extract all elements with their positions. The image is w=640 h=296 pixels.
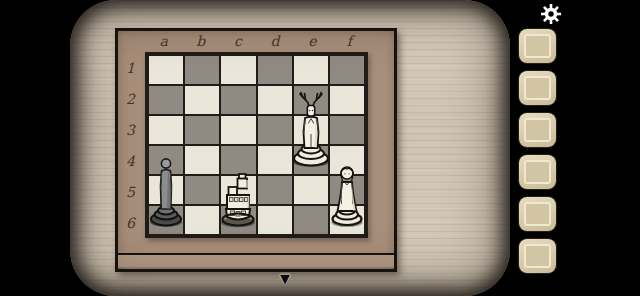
square-b5[interactable] [184,175,220,205]
square-c3[interactable] [220,115,256,145]
square-b1[interactable] [184,55,220,85]
inventory-slot-2[interactable] [519,71,556,105]
square-a1[interactable] [148,55,184,85]
square-c2[interactable] [220,85,256,115]
navigate-down-arrow[interactable]: ▼ [273,268,297,288]
square-f3[interactable] [329,115,365,145]
square-e6[interactable] [293,205,329,235]
square-e5[interactable] [293,175,329,205]
inventory-slot-3[interactable] [519,113,556,147]
square-b3[interactable] [184,115,220,145]
square-b4[interactable] [184,145,220,175]
square-b2[interactable] [184,85,220,115]
rank-label-4: 4 [118,145,143,176]
square-f1[interactable] [329,55,365,85]
square-d2[interactable] [257,85,293,115]
rank-labels: 1 2 3 4 5 6 [118,52,143,238]
inventory-slot-4-inner [524,160,551,184]
square-d6[interactable] [257,205,293,235]
inventory-slot-1[interactable] [519,29,556,63]
square-d3[interactable] [257,115,293,145]
square-f2[interactable] [329,85,365,115]
inventory-slot-6-inner [524,244,551,268]
rank-label-2: 2 [118,83,143,114]
square-e1[interactable] [293,55,329,85]
file-labels: a b c d e f [145,30,368,51]
inventory-slot-1-inner [524,34,551,58]
file-label-b: b [182,30,219,51]
square-b6[interactable] [184,205,220,235]
rank-label-3: 3 [118,114,143,145]
file-label-c: c [219,30,256,51]
inventory-slot-5-inner [524,202,551,226]
rank-label-1: 1 [118,52,143,83]
rank-label-6: 6 [118,207,143,238]
piece-white-woman[interactable] [329,160,365,228]
inventory-slot-3-inner [524,118,551,142]
square-a2[interactable] [148,85,184,115]
room-wall: a b c d e f 1 2 3 4 5 6 [70,0,510,296]
square-d4[interactable] [257,145,293,175]
piece-dark-man[interactable] [148,156,184,228]
inventory-slot-2-inner [524,76,551,100]
inventory-slot-4[interactable] [519,155,556,189]
square-a3[interactable] [148,115,184,145]
piece-white-house[interactable] [218,170,258,228]
square-c1[interactable] [220,55,256,85]
rank-label-5: 5 [118,176,143,207]
inventory-slot-6[interactable] [519,239,556,273]
file-label-f: f [331,30,368,51]
square-d1[interactable] [257,55,293,85]
file-label-d: d [257,30,294,51]
board-ledge [118,253,394,267]
piece-white-deer-man[interactable] [290,88,332,168]
file-label-e: e [294,30,331,51]
inventory-slot-5[interactable] [519,197,556,231]
square-d5[interactable] [257,175,293,205]
file-label-a: a [145,30,182,51]
settings-gear-icon[interactable] [540,3,562,25]
